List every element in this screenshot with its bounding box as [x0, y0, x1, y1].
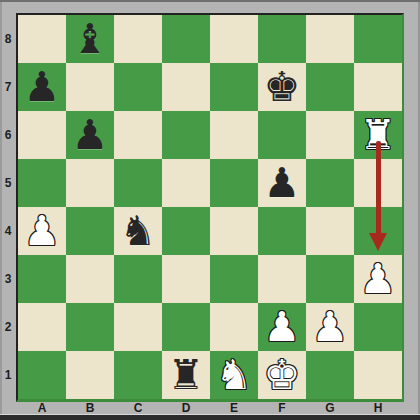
file-label-c: C: [114, 401, 162, 417]
square-d1[interactable]: ♜: [162, 351, 210, 399]
white-king-f1[interactable]: ♚: [264, 351, 301, 399]
file-label-d: D: [162, 401, 210, 417]
rank-label-8: 8: [0, 15, 16, 63]
square-c4[interactable]: ♞: [114, 207, 162, 255]
white-pawn-h3[interactable]: ♟: [360, 255, 397, 303]
square-f3[interactable]: [258, 255, 306, 303]
square-a8[interactable]: [18, 15, 66, 63]
square-b5[interactable]: [66, 159, 114, 207]
square-f4[interactable]: [258, 207, 306, 255]
square-d6[interactable]: [162, 111, 210, 159]
file-labels: ABCDEFGH: [18, 401, 402, 417]
square-a4[interactable]: ♟: [18, 207, 66, 255]
black-king-f7[interactable]: ♚: [264, 63, 301, 111]
square-c7[interactable]: [114, 63, 162, 111]
square-h6[interactable]: ♜: [354, 111, 402, 159]
square-g6[interactable]: [306, 111, 354, 159]
square-f7[interactable]: ♚: [258, 63, 306, 111]
square-h3[interactable]: ♟: [354, 255, 402, 303]
square-c2[interactable]: [114, 303, 162, 351]
square-f5[interactable]: ♟: [258, 159, 306, 207]
square-g5[interactable]: [306, 159, 354, 207]
square-d4[interactable]: [162, 207, 210, 255]
square-a1[interactable]: [18, 351, 66, 399]
board-frame: 87654321 ♝♟♚♟♜♟♟♞♟♟♟♜♞♚ ABCDEFGH: [0, 0, 420, 420]
square-b7[interactable]: [66, 63, 114, 111]
file-label-b: B: [66, 401, 114, 417]
square-c3[interactable]: [114, 255, 162, 303]
chess-board: ♝♟♚♟♜♟♟♞♟♟♟♜♞♚: [16, 13, 404, 402]
square-h8[interactable]: [354, 15, 402, 63]
square-b2[interactable]: [66, 303, 114, 351]
square-b4[interactable]: [66, 207, 114, 255]
white-pawn-g2[interactable]: ♟: [312, 303, 349, 351]
square-h5[interactable]: [354, 159, 402, 207]
black-bishop-b8[interactable]: ♝: [72, 15, 109, 63]
square-g4[interactable]: [306, 207, 354, 255]
rank-label-4: 4: [0, 207, 16, 255]
file-label-f: F: [258, 401, 306, 417]
file-label-g: G: [306, 401, 354, 417]
square-g7[interactable]: [306, 63, 354, 111]
square-c5[interactable]: [114, 159, 162, 207]
square-b3[interactable]: [66, 255, 114, 303]
square-e2[interactable]: [210, 303, 258, 351]
square-e3[interactable]: [210, 255, 258, 303]
square-b8[interactable]: ♝: [66, 15, 114, 63]
square-d3[interactable]: [162, 255, 210, 303]
square-b6[interactable]: ♟: [66, 111, 114, 159]
square-g2[interactable]: ♟: [306, 303, 354, 351]
square-c1[interactable]: [114, 351, 162, 399]
file-label-a: A: [18, 401, 66, 417]
white-knight-e1[interactable]: ♞: [216, 351, 253, 399]
file-label-e: E: [210, 401, 258, 417]
square-a7[interactable]: ♟: [18, 63, 66, 111]
rank-label-5: 5: [0, 159, 16, 207]
square-f8[interactable]: [258, 15, 306, 63]
rank-label-2: 2: [0, 303, 16, 351]
black-pawn-b6[interactable]: ♟: [72, 111, 109, 159]
square-d2[interactable]: [162, 303, 210, 351]
rank-label-3: 3: [0, 255, 16, 303]
square-h1[interactable]: [354, 351, 402, 399]
square-e7[interactable]: [210, 63, 258, 111]
square-d8[interactable]: [162, 15, 210, 63]
square-e1[interactable]: ♞: [210, 351, 258, 399]
square-b1[interactable]: [66, 351, 114, 399]
black-pawn-a7[interactable]: ♟: [24, 63, 61, 111]
white-pawn-f2[interactable]: ♟: [264, 303, 301, 351]
black-rook-d1[interactable]: ♜: [168, 351, 205, 399]
square-g8[interactable]: [306, 15, 354, 63]
square-e5[interactable]: [210, 159, 258, 207]
square-g3[interactable]: [306, 255, 354, 303]
square-h2[interactable]: [354, 303, 402, 351]
square-f1[interactable]: ♚: [258, 351, 306, 399]
rank-label-7: 7: [0, 63, 16, 111]
rank-label-6: 6: [0, 111, 16, 159]
square-a5[interactable]: [18, 159, 66, 207]
square-d5[interactable]: [162, 159, 210, 207]
square-f6[interactable]: [258, 111, 306, 159]
square-a3[interactable]: [18, 255, 66, 303]
rank-label-1: 1: [0, 351, 16, 399]
square-h4[interactable]: [354, 207, 402, 255]
black-knight-c4[interactable]: ♞: [120, 207, 157, 255]
square-c6[interactable]: [114, 111, 162, 159]
square-c8[interactable]: [114, 15, 162, 63]
white-pawn-a4[interactable]: ♟: [24, 207, 61, 255]
square-f2[interactable]: ♟: [258, 303, 306, 351]
black-pawn-f5[interactable]: ♟: [264, 159, 301, 207]
rank-labels: 87654321: [0, 15, 16, 399]
square-a2[interactable]: [18, 303, 66, 351]
white-rook-h6[interactable]: ♜: [360, 111, 397, 159]
file-label-h: H: [354, 401, 402, 417]
square-e4[interactable]: [210, 207, 258, 255]
square-d7[interactable]: [162, 63, 210, 111]
square-e6[interactable]: [210, 111, 258, 159]
square-h7[interactable]: [354, 63, 402, 111]
square-e8[interactable]: [210, 15, 258, 63]
square-g1[interactable]: [306, 351, 354, 399]
square-a6[interactable]: [18, 111, 66, 159]
